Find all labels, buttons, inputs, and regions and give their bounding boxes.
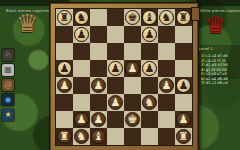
white-pawn[interactable]: ♟ bbox=[176, 112, 191, 127]
white-captured-header: White pieces captured bbox=[196, 0, 240, 6]
piece-glyph: ♟ bbox=[60, 80, 70, 91]
square-d6[interactable] bbox=[107, 43, 124, 60]
piece-glyph: ♞ bbox=[77, 12, 87, 23]
square-d3[interactable]: ♟ bbox=[107, 94, 124, 111]
square-e1[interactable] bbox=[124, 128, 141, 145]
black-pawn[interactable]: ♟ bbox=[74, 27, 89, 42]
square-g2[interactable] bbox=[158, 111, 175, 128]
square-e2[interactable]: ♚ bbox=[124, 111, 141, 128]
square-f2[interactable] bbox=[141, 111, 158, 128]
square-c6[interactable] bbox=[90, 43, 107, 60]
black-king[interactable]: ♚ bbox=[125, 10, 140, 25]
square-f1[interactable] bbox=[141, 128, 158, 145]
square-g1[interactable] bbox=[158, 128, 175, 145]
square-e5[interactable]: ♟ bbox=[124, 60, 141, 77]
piece-glyph: ♜ bbox=[60, 131, 70, 142]
captured-red-queen: ♛ bbox=[205, 14, 226, 37]
square-h4[interactable]: ♟ bbox=[175, 77, 192, 94]
square-g3[interactable] bbox=[158, 94, 175, 111]
piece-glyph: ♟ bbox=[77, 114, 87, 125]
side-toolbar: ♘▦@◉★ bbox=[2, 49, 15, 124]
square-g5[interactable] bbox=[158, 60, 175, 77]
white-pawn[interactable]: ♟ bbox=[91, 112, 106, 127]
piece-icon[interactable]: ♘ bbox=[2, 49, 14, 61]
square-d1[interactable] bbox=[107, 128, 124, 145]
snail-icon[interactable]: @ bbox=[2, 79, 14, 91]
white-bishop[interactable]: ♝ bbox=[91, 129, 106, 144]
square-b3[interactable] bbox=[73, 94, 90, 111]
white-pawn[interactable]: ♟ bbox=[74, 112, 89, 127]
square-f6[interactable] bbox=[141, 43, 158, 60]
square-a2[interactable] bbox=[56, 111, 73, 128]
piece-glyph: ♟ bbox=[179, 114, 189, 125]
captured-black-queen: ♛ bbox=[16, 11, 38, 36]
square-f8[interactable]: ♝ bbox=[141, 9, 158, 26]
move-text: 3) d2-d3 h7-h5 bbox=[201, 63, 228, 68]
white-pawn[interactable]: ♟ bbox=[125, 61, 140, 76]
chess-board[interactable]: ♜♞♚♝♞♜♟♟♟♟♟♟♟♟♟♟♟♞♟♟♚♟♜♞♝♜ bbox=[56, 9, 192, 145]
black-rook[interactable]: ♜ bbox=[57, 10, 72, 25]
white-pawn[interactable]: ♟ bbox=[159, 78, 174, 93]
piece-glyph: ♟ bbox=[145, 63, 155, 74]
piece-glyph: ♟ bbox=[145, 29, 155, 40]
piece-glyph: ♟ bbox=[94, 114, 104, 125]
black-pawn[interactable]: ♟ bbox=[176, 78, 191, 93]
board-frame: ♜♞♚♝♞♜♟♟♟♟♟♟♟♟♟♟♟♞♟♟♚♟♜♞♝♜ bbox=[49, 2, 199, 150]
black-pawn[interactable]: ♟ bbox=[57, 61, 72, 76]
square-c7[interactable] bbox=[90, 26, 107, 43]
square-a7[interactable] bbox=[56, 26, 73, 43]
square-g6[interactable] bbox=[158, 43, 175, 60]
level-indicator: Level 1 bbox=[199, 38, 240, 44]
piece-glyph: ♜ bbox=[179, 131, 189, 142]
square-h6[interactable] bbox=[175, 43, 192, 60]
square-c4[interactable]: ♟ bbox=[90, 77, 107, 94]
square-c5[interactable] bbox=[90, 60, 107, 77]
square-a3[interactable] bbox=[56, 94, 73, 111]
square-b5[interactable] bbox=[73, 60, 90, 77]
square-d8[interactable] bbox=[107, 9, 124, 26]
square-d4[interactable] bbox=[107, 77, 124, 94]
piece-glyph: ♟ bbox=[77, 29, 87, 40]
white-king[interactable]: ♚ bbox=[125, 112, 140, 127]
piece-glyph: ♚ bbox=[128, 12, 138, 23]
square-h7[interactable] bbox=[175, 26, 192, 43]
square-f3[interactable]: ♞ bbox=[141, 94, 158, 111]
square-h5[interactable] bbox=[175, 60, 192, 77]
square-b2[interactable]: ♟ bbox=[73, 111, 90, 128]
piece-glyph: ♟ bbox=[94, 80, 104, 91]
square-a8[interactable]: ♜ bbox=[56, 9, 73, 26]
level-label: Level 1 bbox=[199, 47, 213, 52]
piece-glyph: ♜ bbox=[179, 12, 189, 23]
move-text: 7) d1-e2 d6-e6 bbox=[201, 81, 228, 86]
move-text: 1) e2-e4 d7-d5 bbox=[201, 54, 228, 59]
piece-glyph: ♝ bbox=[145, 12, 155, 23]
square-d5[interactable]: ♟ bbox=[107, 60, 124, 77]
piece-glyph: ♟ bbox=[128, 63, 138, 74]
square-h8[interactable]: ♜ bbox=[175, 9, 192, 26]
square-b4[interactable] bbox=[73, 77, 90, 94]
board-icon[interactable]: ▦ bbox=[2, 64, 14, 76]
square-f5[interactable]: ♟ bbox=[141, 60, 158, 77]
square-a4[interactable]: ♟ bbox=[56, 77, 73, 94]
square-h3[interactable] bbox=[175, 94, 192, 111]
black-bishop[interactable]: ♝ bbox=[142, 10, 157, 25]
piece-glyph: ♟ bbox=[111, 63, 121, 74]
square-b8[interactable]: ♞ bbox=[73, 9, 90, 26]
black-pawn[interactable]: ♟ bbox=[108, 61, 123, 76]
white-pawn[interactable]: ♟ bbox=[91, 78, 106, 93]
black-knight[interactable]: ♞ bbox=[74, 10, 89, 25]
square-c3[interactable] bbox=[90, 94, 107, 111]
square-e3[interactable] bbox=[124, 94, 141, 111]
piece-glyph: ♟ bbox=[60, 63, 70, 74]
square-d2[interactable] bbox=[107, 111, 124, 128]
move-text: 5) c2-c4 a7-a5 bbox=[201, 72, 227, 77]
piece-glyph: ♞ bbox=[77, 131, 87, 142]
white-pawn[interactable]: ♟ bbox=[108, 95, 123, 110]
square-b1[interactable]: ♞ bbox=[73, 128, 90, 145]
frame-latch bbox=[191, 7, 200, 21]
game-info-panel: Level 1 1) e2-e4 d7-d52) e4-e5 f7-f53) d… bbox=[199, 38, 240, 79]
white-pawn[interactable]: ♟ bbox=[57, 78, 72, 93]
square-a6[interactable] bbox=[56, 43, 73, 60]
bird-icon[interactable]: ★ bbox=[2, 109, 14, 121]
square-g8[interactable]: ♞ bbox=[158, 9, 175, 26]
square-e8[interactable]: ♚ bbox=[124, 9, 141, 26]
white-rook[interactable]: ♜ bbox=[176, 129, 191, 144]
square-g7[interactable] bbox=[158, 26, 175, 43]
app-window: Black pieces captured White pieces captu… bbox=[0, 0, 240, 150]
square-g4[interactable]: ♟ bbox=[158, 77, 175, 94]
square-f7[interactable]: ♟ bbox=[141, 26, 158, 43]
square-h1[interactable]: ♜ bbox=[175, 128, 192, 145]
square-b6[interactable] bbox=[73, 43, 90, 60]
square-d7[interactable] bbox=[107, 26, 124, 43]
square-c1[interactable]: ♝ bbox=[90, 128, 107, 145]
square-e6[interactable] bbox=[124, 43, 141, 60]
square-c8[interactable] bbox=[90, 9, 107, 26]
piece-glyph: ♝ bbox=[94, 131, 104, 142]
eye-icon[interactable]: ◉ bbox=[2, 94, 14, 106]
square-h2[interactable]: ♟ bbox=[175, 111, 192, 128]
white-knight[interactable]: ♞ bbox=[142, 95, 157, 110]
black-pawn[interactable]: ♟ bbox=[142, 27, 157, 42]
white-rook[interactable]: ♜ bbox=[57, 129, 72, 144]
square-e4[interactable] bbox=[124, 77, 141, 94]
piece-glyph: ♞ bbox=[162, 12, 172, 23]
square-b7[interactable]: ♟ bbox=[73, 26, 90, 43]
white-knight[interactable]: ♞ bbox=[74, 129, 89, 144]
square-f4[interactable] bbox=[141, 77, 158, 94]
square-a5[interactable]: ♟ bbox=[56, 60, 73, 77]
piece-glyph: ♟ bbox=[162, 80, 172, 91]
square-a1[interactable]: ♜ bbox=[56, 128, 73, 145]
black-knight[interactable]: ♞ bbox=[159, 10, 174, 25]
piece-glyph: ♟ bbox=[111, 97, 121, 108]
piece-glyph: ♜ bbox=[60, 12, 70, 23]
black-pawn[interactable]: ♟ bbox=[142, 61, 157, 76]
piece-glyph: ♟ bbox=[179, 80, 189, 91]
square-e7[interactable] bbox=[124, 26, 141, 43]
square-c2[interactable]: ♟ bbox=[90, 111, 107, 128]
piece-glyph: ♚ bbox=[128, 114, 138, 125]
black-rook[interactable]: ♜ bbox=[176, 10, 191, 25]
piece-glyph: ♞ bbox=[145, 97, 155, 108]
